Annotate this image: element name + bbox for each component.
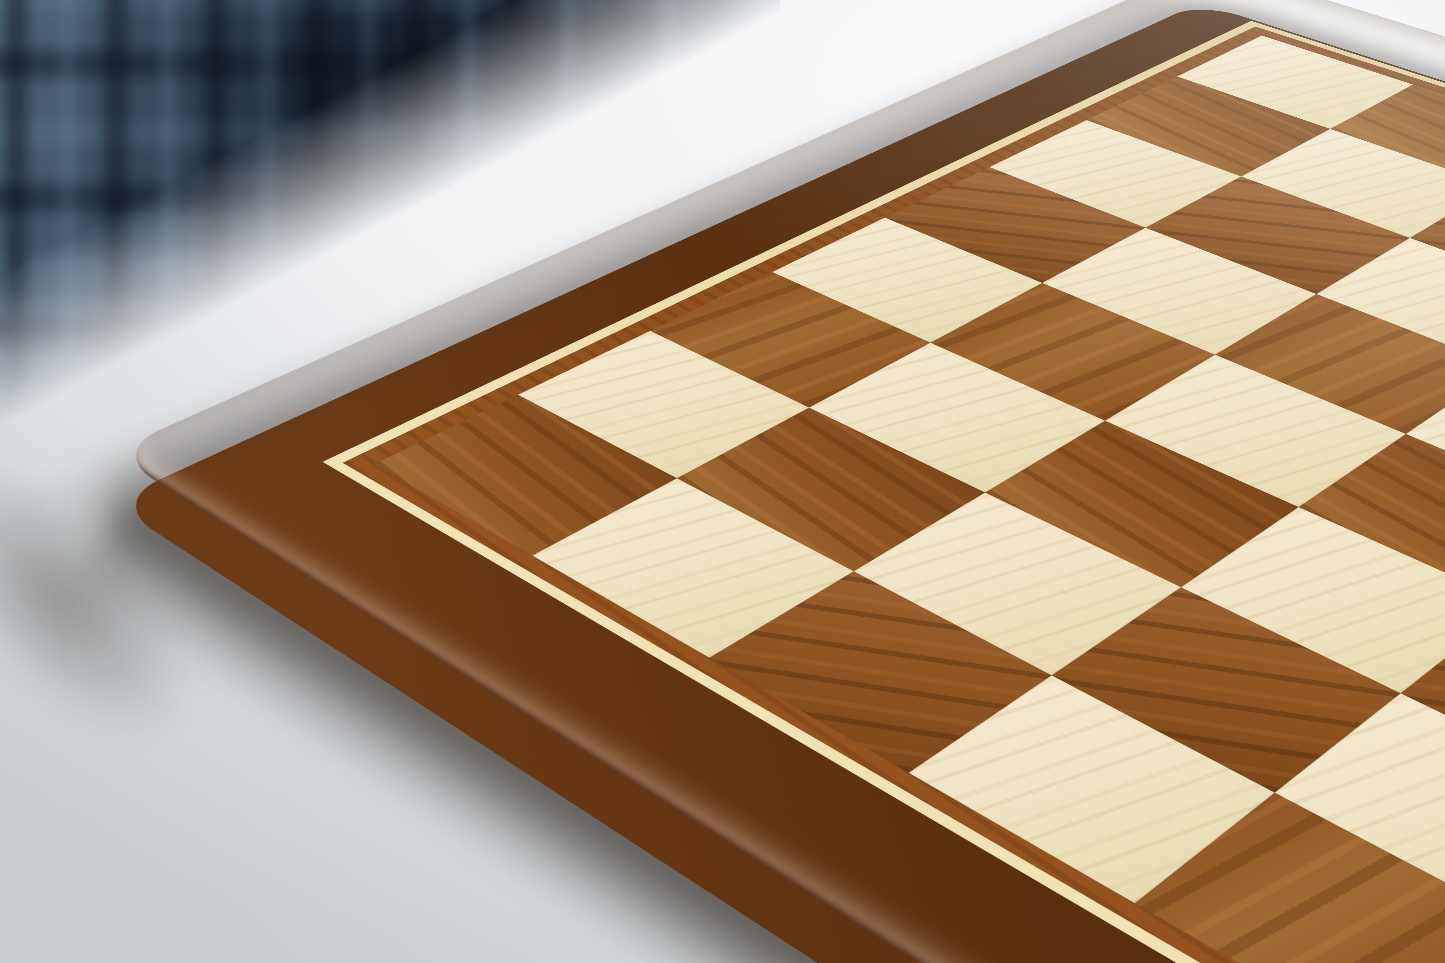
scene-container [0, 0, 1445, 963]
